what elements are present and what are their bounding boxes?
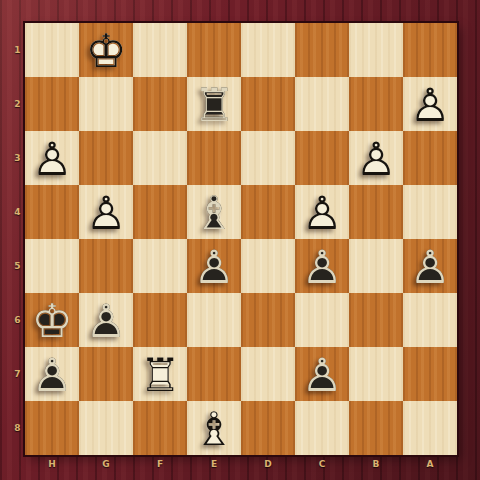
square-e2[interactable]: ♜♖ xyxy=(187,77,241,131)
pawn-outline-glyph: ♙ xyxy=(25,131,79,185)
black-pawn[interactable]: ♟♙ xyxy=(187,239,241,293)
square-g2[interactable] xyxy=(79,77,133,131)
square-b7[interactable] xyxy=(349,347,403,401)
white-king[interactable]: ♚♔ xyxy=(79,23,133,77)
square-d5[interactable] xyxy=(241,239,295,293)
file-label-e: E xyxy=(187,455,241,473)
file-label-f: F xyxy=(133,455,187,473)
square-g8[interactable] xyxy=(79,401,133,455)
square-h7[interactable]: ♟♙ xyxy=(25,347,79,401)
square-c4[interactable]: ♟♙ xyxy=(295,185,349,239)
square-c2[interactable] xyxy=(295,77,349,131)
square-b4[interactable] xyxy=(349,185,403,239)
king-outline-glyph: ♔ xyxy=(79,23,133,77)
square-a8[interactable] xyxy=(403,401,457,455)
square-h5[interactable] xyxy=(25,239,79,293)
black-pawn[interactable]: ♟♙ xyxy=(295,239,349,293)
pawn-outline-glyph: ♙ xyxy=(403,239,457,293)
square-g3[interactable] xyxy=(79,131,133,185)
file-label-c: C xyxy=(295,455,349,473)
square-a6[interactable] xyxy=(403,293,457,347)
square-f8[interactable] xyxy=(133,401,187,455)
white-pawn[interactable]: ♟♙ xyxy=(349,131,403,185)
square-b5[interactable] xyxy=(349,239,403,293)
square-e4[interactable]: ♝♗ xyxy=(187,185,241,239)
pawn-outline-glyph: ♙ xyxy=(295,347,349,401)
square-g5[interactable] xyxy=(79,239,133,293)
white-bishop[interactable]: ♝♗ xyxy=(187,401,241,455)
rank-label-7: 7 xyxy=(0,347,25,401)
rank-label-1: 1 xyxy=(0,23,25,77)
rank-label-2: 2 xyxy=(0,77,25,131)
square-e3[interactable] xyxy=(187,131,241,185)
pawn-outline-glyph: ♙ xyxy=(295,239,349,293)
square-a2[interactable]: ♟♙ xyxy=(403,77,457,131)
square-a3[interactable] xyxy=(403,131,457,185)
board-frame: ♚♔♜♖♟♙♟♙♟♙♟♙♝♗♟♙♟♙♟♙♟♙♚♔♟♙♟♙♜♖♟♙♝♗ 12345… xyxy=(0,0,480,480)
square-c7[interactable]: ♟♙ xyxy=(295,347,349,401)
square-a7[interactable] xyxy=(403,347,457,401)
pawn-outline-glyph: ♙ xyxy=(349,131,403,185)
square-d8[interactable] xyxy=(241,401,295,455)
pawn-outline-glyph: ♙ xyxy=(403,77,457,131)
black-pawn[interactable]: ♟♙ xyxy=(295,347,349,401)
file-label-h: H xyxy=(25,455,79,473)
chess-board: ♚♔♜♖♟♙♟♙♟♙♟♙♝♗♟♙♟♙♟♙♟♙♚♔♟♙♟♙♜♖♟♙♝♗ xyxy=(25,23,457,455)
pawn-outline-glyph: ♙ xyxy=(187,239,241,293)
square-f1[interactable] xyxy=(133,23,187,77)
square-h4[interactable] xyxy=(25,185,79,239)
square-h8[interactable] xyxy=(25,401,79,455)
square-h3[interactable]: ♟♙ xyxy=(25,131,79,185)
rank-label-3: 3 xyxy=(0,131,25,185)
square-g4[interactable]: ♟♙ xyxy=(79,185,133,239)
black-pawn[interactable]: ♟♙ xyxy=(79,293,133,347)
square-b3[interactable]: ♟♙ xyxy=(349,131,403,185)
rank-labels: 12345678 xyxy=(0,23,25,455)
square-g1[interactable]: ♚♔ xyxy=(79,23,133,77)
file-label-g: G xyxy=(79,455,133,473)
square-b2[interactable] xyxy=(349,77,403,131)
rank-label-5: 5 xyxy=(0,239,25,293)
pawn-outline-glyph: ♙ xyxy=(79,185,133,239)
square-e1[interactable] xyxy=(187,23,241,77)
square-d6[interactable] xyxy=(241,293,295,347)
square-g7[interactable] xyxy=(79,347,133,401)
black-rook[interactable]: ♜♖ xyxy=(187,77,241,131)
square-c8[interactable] xyxy=(295,401,349,455)
square-h2[interactable] xyxy=(25,77,79,131)
square-e8[interactable]: ♝♗ xyxy=(187,401,241,455)
rank-label-8: 8 xyxy=(0,401,25,455)
king-outline-glyph: ♔ xyxy=(25,293,79,347)
square-d1[interactable] xyxy=(241,23,295,77)
square-e6[interactable] xyxy=(187,293,241,347)
square-b1[interactable] xyxy=(349,23,403,77)
square-b8[interactable] xyxy=(349,401,403,455)
rank-label-4: 4 xyxy=(0,185,25,239)
square-c5[interactable]: ♟♙ xyxy=(295,239,349,293)
white-rook[interactable]: ♜♖ xyxy=(133,347,187,401)
bishop-outline-glyph: ♗ xyxy=(187,401,241,455)
square-f3[interactable] xyxy=(133,131,187,185)
pawn-outline-glyph: ♙ xyxy=(25,347,79,401)
square-a4[interactable] xyxy=(403,185,457,239)
square-g6[interactable]: ♟♙ xyxy=(79,293,133,347)
file-label-d: D xyxy=(241,455,295,473)
square-c1[interactable] xyxy=(295,23,349,77)
pawn-outline-glyph: ♙ xyxy=(79,293,133,347)
pawn-outline-glyph: ♙ xyxy=(295,185,349,239)
square-f7[interactable]: ♜♖ xyxy=(133,347,187,401)
square-c6[interactable] xyxy=(295,293,349,347)
file-labels: HGFEDCBA xyxy=(25,455,457,475)
square-f4[interactable] xyxy=(133,185,187,239)
black-bishop[interactable]: ♝♗ xyxy=(187,185,241,239)
white-pawn[interactable]: ♟♙ xyxy=(403,77,457,131)
bishop-outline-glyph: ♗ xyxy=(187,185,241,239)
square-b6[interactable] xyxy=(349,293,403,347)
square-d7[interactable] xyxy=(241,347,295,401)
black-pawn[interactable]: ♟♙ xyxy=(403,239,457,293)
square-f5[interactable] xyxy=(133,239,187,293)
square-d2[interactable] xyxy=(241,77,295,131)
square-f2[interactable] xyxy=(133,77,187,131)
square-f6[interactable] xyxy=(133,293,187,347)
file-label-a: A xyxy=(403,455,457,473)
square-d4[interactable] xyxy=(241,185,295,239)
rook-outline-glyph: ♖ xyxy=(133,347,187,401)
square-e5[interactable]: ♟♙ xyxy=(187,239,241,293)
black-king[interactable]: ♚♔ xyxy=(25,293,79,347)
square-e7[interactable] xyxy=(187,347,241,401)
white-pawn[interactable]: ♟♙ xyxy=(25,131,79,185)
square-a1[interactable] xyxy=(403,23,457,77)
white-pawn[interactable]: ♟♙ xyxy=(295,185,349,239)
square-a5[interactable]: ♟♙ xyxy=(403,239,457,293)
square-h6[interactable]: ♚♔ xyxy=(25,293,79,347)
rook-outline-glyph: ♖ xyxy=(187,77,241,131)
file-label-b: B xyxy=(349,455,403,473)
square-d3[interactable] xyxy=(241,131,295,185)
square-c3[interactable] xyxy=(295,131,349,185)
black-pawn[interactable]: ♟♙ xyxy=(25,347,79,401)
rank-label-6: 6 xyxy=(0,293,25,347)
square-h1[interactable] xyxy=(25,23,79,77)
white-pawn[interactable]: ♟♙ xyxy=(79,185,133,239)
